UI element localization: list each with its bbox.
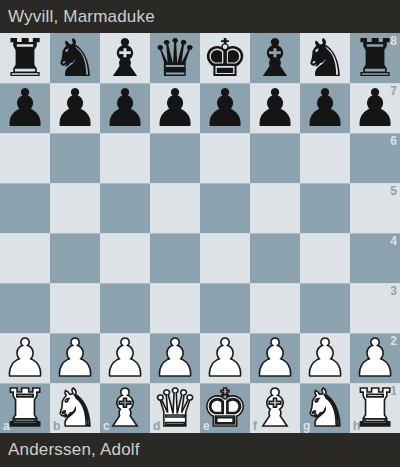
square-f8[interactable]: ♝ — [250, 33, 300, 83]
square-d2[interactable]: ♟ — [150, 333, 200, 383]
square-b8[interactable]: ♞ — [50, 33, 100, 83]
piece-black-rook[interactable]: ♜ — [0, 33, 50, 83]
piece-white-bishop[interactable]: ♝ — [100, 383, 150, 433]
square-a5[interactable] — [0, 183, 50, 233]
piece-black-pawn[interactable]: ♟ — [100, 83, 150, 133]
square-d4[interactable] — [150, 233, 200, 283]
square-g3[interactable] — [300, 283, 350, 333]
square-e3[interactable] — [200, 283, 250, 333]
piece-black-pawn[interactable]: ♟ — [200, 83, 250, 133]
square-e8[interactable]: ♚ — [200, 33, 250, 83]
square-f5[interactable] — [250, 183, 300, 233]
piece-black-knight[interactable]: ♞ — [50, 33, 100, 83]
piece-black-pawn[interactable]: ♟ — [50, 83, 100, 133]
square-a1[interactable]: a♜ — [0, 383, 50, 433]
square-h5[interactable]: 5 — [350, 183, 400, 233]
square-a2[interactable]: ♟ — [0, 333, 50, 383]
square-c2[interactable]: ♟ — [100, 333, 150, 383]
square-g8[interactable]: ♞ — [300, 33, 350, 83]
square-c8[interactable]: ♝ — [100, 33, 150, 83]
square-b4[interactable] — [50, 233, 100, 283]
piece-white-pawn[interactable]: ♟ — [250, 333, 300, 383]
piece-white-pawn[interactable]: ♟ — [300, 333, 350, 383]
square-c5[interactable] — [100, 183, 150, 233]
square-f3[interactable] — [250, 283, 300, 333]
square-d6[interactable] — [150, 133, 200, 183]
piece-black-rook[interactable]: ♜ — [350, 33, 400, 83]
square-g2[interactable]: ♟ — [300, 333, 350, 383]
rank-label-4: 4 — [390, 234, 397, 248]
square-b2[interactable]: ♟ — [50, 333, 100, 383]
piece-black-pawn[interactable]: ♟ — [350, 83, 400, 133]
square-g6[interactable] — [300, 133, 350, 183]
square-d5[interactable] — [150, 183, 200, 233]
square-e7[interactable]: ♟ — [200, 83, 250, 133]
piece-black-pawn[interactable]: ♟ — [250, 83, 300, 133]
square-f2[interactable]: ♟ — [250, 333, 300, 383]
piece-white-queen[interactable]: ♛ — [150, 383, 200, 433]
square-a7[interactable]: ♟ — [0, 83, 50, 133]
rank-label-6: 6 — [390, 134, 397, 148]
rank-label-5: 5 — [390, 184, 397, 198]
square-f4[interactable] — [250, 233, 300, 283]
piece-black-pawn[interactable]: ♟ — [150, 83, 200, 133]
top-player-name: Wyvill, Marmaduke — [8, 7, 155, 27]
piece-black-knight[interactable]: ♞ — [300, 33, 350, 83]
piece-white-rook[interactable]: ♜ — [350, 383, 400, 433]
square-g5[interactable] — [300, 183, 350, 233]
piece-white-knight[interactable]: ♞ — [50, 383, 100, 433]
bottom-player-name: Anderssen, Adolf — [8, 440, 140, 460]
square-f1[interactable]: f♝ — [250, 383, 300, 433]
piece-white-king[interactable]: ♚ — [200, 383, 250, 433]
square-f6[interactable] — [250, 133, 300, 183]
square-d1[interactable]: d♛ — [150, 383, 200, 433]
square-b6[interactable] — [50, 133, 100, 183]
square-h3[interactable]: 3 — [350, 283, 400, 333]
piece-black-queen[interactable]: ♛ — [150, 33, 200, 83]
piece-white-pawn[interactable]: ♟ — [150, 333, 200, 383]
piece-black-bishop[interactable]: ♝ — [100, 33, 150, 83]
square-e4[interactable] — [200, 233, 250, 283]
square-h6[interactable]: 6 — [350, 133, 400, 183]
square-h7[interactable]: 7♟ — [350, 83, 400, 133]
square-c4[interactable] — [100, 233, 150, 283]
square-h4[interactable]: 4 — [350, 233, 400, 283]
square-b5[interactable] — [50, 183, 100, 233]
square-a3[interactable] — [0, 283, 50, 333]
square-c7[interactable]: ♟ — [100, 83, 150, 133]
piece-white-bishop[interactable]: ♝ — [250, 383, 300, 433]
rank-label-3: 3 — [390, 284, 397, 298]
square-e2[interactable]: ♟ — [200, 333, 250, 383]
chess-board: ♜♞♝♛♚♝♞8♜♟♟♟♟♟♟♟7♟6543♟♟♟♟♟♟♟2♟a♜b♞c♝d♛e… — [0, 33, 400, 433]
square-a4[interactable] — [0, 233, 50, 283]
square-h1[interactable]: 1h♜ — [350, 383, 400, 433]
square-d8[interactable]: ♛ — [150, 33, 200, 83]
piece-white-pawn[interactable]: ♟ — [350, 333, 400, 383]
square-c1[interactable]: c♝ — [100, 383, 150, 433]
square-g7[interactable]: ♟ — [300, 83, 350, 133]
piece-black-pawn[interactable]: ♟ — [300, 83, 350, 133]
piece-white-pawn[interactable]: ♟ — [100, 333, 150, 383]
square-a8[interactable]: ♜ — [0, 33, 50, 83]
piece-black-king[interactable]: ♚ — [200, 33, 250, 83]
square-c3[interactable] — [100, 283, 150, 333]
piece-white-pawn[interactable]: ♟ — [0, 333, 50, 383]
piece-white-knight[interactable]: ♞ — [300, 383, 350, 433]
square-h2[interactable]: 2♟ — [350, 333, 400, 383]
square-e6[interactable] — [200, 133, 250, 183]
piece-white-pawn[interactable]: ♟ — [50, 333, 100, 383]
chess-app: Wyvill, Marmaduke ♜♞♝♛♚♝♞8♜♟♟♟♟♟♟♟7♟6543… — [0, 0, 400, 467]
square-f7[interactable]: ♟ — [250, 83, 300, 133]
square-b1[interactable]: b♞ — [50, 383, 100, 433]
square-a6[interactable] — [0, 133, 50, 183]
square-c6[interactable] — [100, 133, 150, 183]
square-b3[interactable] — [50, 283, 100, 333]
bottom-player-bar: Anderssen, Adolf — [0, 433, 400, 467]
piece-black-pawn[interactable]: ♟ — [0, 83, 50, 133]
square-e1[interactable]: e♚ — [200, 383, 250, 433]
square-b7[interactable]: ♟ — [50, 83, 100, 133]
piece-white-pawn[interactable]: ♟ — [200, 333, 250, 383]
piece-black-bishop[interactable]: ♝ — [250, 33, 300, 83]
square-e5[interactable] — [200, 183, 250, 233]
square-d7[interactable]: ♟ — [150, 83, 200, 133]
square-h8[interactable]: 8♜ — [350, 33, 400, 83]
piece-white-rook[interactable]: ♜ — [0, 383, 50, 433]
square-g4[interactable] — [300, 233, 350, 283]
square-d3[interactable] — [150, 283, 200, 333]
square-g1[interactable]: g♞ — [300, 383, 350, 433]
